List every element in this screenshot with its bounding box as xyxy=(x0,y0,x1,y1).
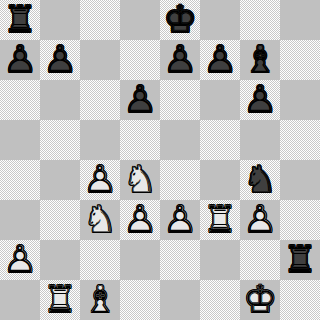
white-pawn-piece: ♟♙ xyxy=(80,160,120,200)
piece-detail-layer: ♖ xyxy=(280,240,320,280)
piece-detail-layer: ♔ xyxy=(160,0,200,40)
black-pawn-piece: ♟♙ xyxy=(40,40,80,80)
square-c2[interactable] xyxy=(80,240,120,280)
square-d7[interactable] xyxy=(120,40,160,80)
piece-detail-layer: ♖ xyxy=(0,0,40,40)
square-b6[interactable] xyxy=(40,80,80,120)
square-a1[interactable] xyxy=(0,280,40,320)
square-f3[interactable]: ♜♖ xyxy=(200,200,240,240)
square-e5[interactable] xyxy=(160,120,200,160)
square-d5[interactable] xyxy=(120,120,160,160)
black-king-piece: ♚♔ xyxy=(160,0,200,40)
black-pawn-piece: ♟♙ xyxy=(200,40,240,80)
square-e1[interactable] xyxy=(160,280,200,320)
white-rook-piece: ♜♖ xyxy=(40,280,80,320)
square-h8[interactable] xyxy=(280,0,320,40)
piece-detail-layer: ♙ xyxy=(240,200,280,240)
white-bishop-piece: ♝♗ xyxy=(80,280,120,320)
square-f5[interactable] xyxy=(200,120,240,160)
square-g6[interactable]: ♟♙ xyxy=(240,80,280,120)
black-pawn-piece: ♟♙ xyxy=(160,40,200,80)
square-b7[interactable]: ♟♙ xyxy=(40,40,80,80)
square-e3[interactable]: ♟♙ xyxy=(160,200,200,240)
white-rook-piece: ♜♖ xyxy=(200,200,240,240)
square-c1[interactable]: ♝♗ xyxy=(80,280,120,320)
square-g7[interactable]: ♝♗ xyxy=(240,40,280,80)
piece-detail-layer: ♘ xyxy=(120,160,160,200)
square-b4[interactable] xyxy=(40,160,80,200)
square-g1[interactable]: ♚♔ xyxy=(240,280,280,320)
piece-detail-layer: ♖ xyxy=(200,200,240,240)
square-b5[interactable] xyxy=(40,120,80,160)
square-h4[interactable] xyxy=(280,160,320,200)
piece-detail-layer: ♙ xyxy=(240,80,280,120)
black-pawn-piece: ♟♙ xyxy=(120,80,160,120)
square-h5[interactable] xyxy=(280,120,320,160)
square-h2[interactable]: ♜♖ xyxy=(280,240,320,280)
piece-detail-layer: ♙ xyxy=(200,40,240,80)
square-g2[interactable] xyxy=(240,240,280,280)
square-d4[interactable]: ♞♘ xyxy=(120,160,160,200)
square-g4[interactable]: ♞♘ xyxy=(240,160,280,200)
square-a7[interactable]: ♟♙ xyxy=(0,40,40,80)
square-b2[interactable] xyxy=(40,240,80,280)
square-c7[interactable] xyxy=(80,40,120,80)
white-knight-piece: ♞♘ xyxy=(120,160,160,200)
square-c8[interactable] xyxy=(80,0,120,40)
white-pawn-piece: ♟♙ xyxy=(240,200,280,240)
square-g8[interactable] xyxy=(240,0,280,40)
square-b8[interactable] xyxy=(40,0,80,40)
square-d8[interactable] xyxy=(120,0,160,40)
square-h3[interactable] xyxy=(280,200,320,240)
square-h1[interactable] xyxy=(280,280,320,320)
piece-detail-layer: ♙ xyxy=(120,200,160,240)
square-c6[interactable] xyxy=(80,80,120,120)
square-f6[interactable] xyxy=(200,80,240,120)
square-f7[interactable]: ♟♙ xyxy=(200,40,240,80)
square-f8[interactable] xyxy=(200,0,240,40)
piece-detail-layer: ♗ xyxy=(80,280,120,320)
piece-detail-layer: ♙ xyxy=(160,40,200,80)
chess-board: ♜♖♚♔♟♙♟♙♟♙♟♙♝♗♟♙♟♙♟♙♞♘♞♘♞♘♟♙♟♙♜♖♟♙♟♙♜♖♜♖… xyxy=(0,0,320,320)
square-e4[interactable] xyxy=(160,160,200,200)
square-g5[interactable] xyxy=(240,120,280,160)
white-knight-piece: ♞♘ xyxy=(80,200,120,240)
square-f2[interactable] xyxy=(200,240,240,280)
square-e8[interactable]: ♚♔ xyxy=(160,0,200,40)
square-d1[interactable] xyxy=(120,280,160,320)
square-a2[interactable]: ♟♙ xyxy=(0,240,40,280)
black-rook-piece: ♜♖ xyxy=(280,240,320,280)
square-e7[interactable]: ♟♙ xyxy=(160,40,200,80)
piece-detail-layer: ♔ xyxy=(240,280,280,320)
black-knight-piece: ♞♘ xyxy=(240,160,280,200)
piece-detail-layer: ♘ xyxy=(80,200,120,240)
square-a4[interactable] xyxy=(0,160,40,200)
square-h7[interactable] xyxy=(280,40,320,80)
piece-detail-layer: ♙ xyxy=(40,40,80,80)
black-bishop-piece: ♝♗ xyxy=(240,40,280,80)
white-pawn-piece: ♟♙ xyxy=(0,240,40,280)
square-c5[interactable] xyxy=(80,120,120,160)
square-d3[interactable]: ♟♙ xyxy=(120,200,160,240)
square-c4[interactable]: ♟♙ xyxy=(80,160,120,200)
square-a5[interactable] xyxy=(0,120,40,160)
square-f4[interactable] xyxy=(200,160,240,200)
piece-detail-layer: ♙ xyxy=(160,200,200,240)
piece-detail-layer: ♙ xyxy=(0,40,40,80)
black-rook-piece: ♜♖ xyxy=(0,0,40,40)
piece-detail-layer: ♖ xyxy=(40,280,80,320)
square-a6[interactable] xyxy=(0,80,40,120)
square-c3[interactable]: ♞♘ xyxy=(80,200,120,240)
square-e6[interactable] xyxy=(160,80,200,120)
white-king-piece: ♚♔ xyxy=(240,280,280,320)
piece-detail-layer: ♘ xyxy=(240,160,280,200)
white-pawn-piece: ♟♙ xyxy=(160,200,200,240)
square-g3[interactable]: ♟♙ xyxy=(240,200,280,240)
square-a8[interactable]: ♜♖ xyxy=(0,0,40,40)
square-f1[interactable] xyxy=(200,280,240,320)
black-pawn-piece: ♟♙ xyxy=(240,80,280,120)
square-e2[interactable] xyxy=(160,240,200,280)
square-b1[interactable]: ♜♖ xyxy=(40,280,80,320)
square-a3[interactable] xyxy=(0,200,40,240)
black-pawn-piece: ♟♙ xyxy=(0,40,40,80)
piece-detail-layer: ♙ xyxy=(120,80,160,120)
square-d6[interactable]: ♟♙ xyxy=(120,80,160,120)
square-h6[interactable] xyxy=(280,80,320,120)
piece-detail-layer: ♗ xyxy=(240,40,280,80)
piece-detail-layer: ♙ xyxy=(80,160,120,200)
square-b3[interactable] xyxy=(40,200,80,240)
square-d2[interactable] xyxy=(120,240,160,280)
white-pawn-piece: ♟♙ xyxy=(120,200,160,240)
piece-detail-layer: ♙ xyxy=(0,240,40,280)
